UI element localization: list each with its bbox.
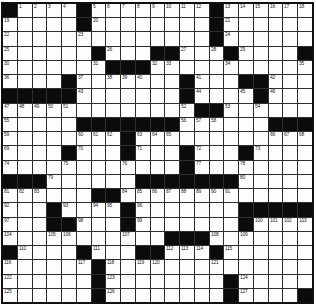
cell-r12c6[interactable] bbox=[92, 175, 106, 188]
cell-r11c3[interactable] bbox=[47, 161, 61, 174]
cell-r9c11[interactable]: 65 bbox=[165, 132, 179, 145]
cell-r19c16[interactable]: 124 bbox=[239, 275, 253, 288]
cell-r7c3[interactable]: 50 bbox=[47, 104, 61, 117]
cell-r18c5[interactable]: 117 bbox=[77, 260, 91, 273]
cell-r17c15[interactable]: 115 bbox=[224, 246, 238, 259]
cell-r5c13[interactable]: 41 bbox=[195, 75, 209, 88]
cell-r11c13[interactable]: 77 bbox=[195, 161, 209, 174]
cell-r20c12[interactable] bbox=[180, 289, 194, 302]
cell-r15c10[interactable] bbox=[151, 218, 165, 231]
cell-r1c13[interactable] bbox=[195, 18, 209, 31]
cell-r1c3[interactable] bbox=[47, 18, 61, 31]
cell-r9c17[interactable] bbox=[254, 132, 268, 145]
cell-r9c3[interactable] bbox=[47, 132, 61, 145]
cell-r6c15[interactable] bbox=[224, 89, 238, 102]
cell-r11c16[interactable]: 78 bbox=[239, 161, 253, 174]
cell-r14c1[interactable] bbox=[18, 203, 32, 216]
cell-r6c20[interactable] bbox=[298, 89, 312, 102]
cell-r8c3[interactable] bbox=[47, 118, 61, 131]
cell-r19c11[interactable] bbox=[165, 275, 179, 288]
cell-r3c14[interactable]: 28 bbox=[210, 47, 224, 60]
cell-r16c9[interactable] bbox=[136, 232, 150, 245]
cell-r17c11[interactable]: 112 bbox=[165, 246, 179, 259]
cell-r19c3[interactable] bbox=[47, 275, 61, 288]
cell-r11c20[interactable] bbox=[298, 161, 312, 174]
cell-r17c3[interactable] bbox=[47, 246, 61, 259]
cell-r4c12[interactable] bbox=[180, 61, 194, 74]
cell-r4c13[interactable] bbox=[195, 61, 209, 74]
cell-r2c20[interactable] bbox=[298, 32, 312, 45]
cell-r20c0[interactable]: 125 bbox=[3, 289, 17, 302]
cell-r17c1[interactable]: 110 bbox=[18, 246, 32, 259]
cell-r10c17[interactable]: 73 bbox=[254, 146, 268, 159]
cell-r18c13[interactable] bbox=[195, 260, 209, 273]
cell-r15c19[interactable]: 102 bbox=[283, 218, 297, 231]
cell-r0c13[interactable]: 12 bbox=[195, 4, 209, 17]
cell-r7c11[interactable] bbox=[165, 104, 179, 117]
cell-r7c17[interactable]: 54 bbox=[254, 104, 268, 117]
cell-r7c1[interactable]: 48 bbox=[18, 104, 32, 117]
cell-r17c4[interactable] bbox=[62, 246, 76, 259]
cell-r17c16[interactable] bbox=[239, 246, 253, 259]
cell-r3c13[interactable] bbox=[195, 47, 209, 60]
cell-r0c2[interactable]: 2 bbox=[33, 4, 47, 17]
cell-r1c8[interactable] bbox=[121, 18, 135, 31]
cell-r1c11[interactable] bbox=[165, 18, 179, 31]
cell-r5c20[interactable] bbox=[298, 75, 312, 88]
cell-r0c1[interactable]: 1 bbox=[18, 4, 32, 17]
cell-r4c20[interactable]: 35 bbox=[298, 61, 312, 74]
cell-r3c4[interactable] bbox=[62, 47, 76, 60]
cell-r0c8[interactable]: 7 bbox=[121, 4, 135, 17]
cell-r19c19[interactable] bbox=[283, 275, 297, 288]
cell-r7c10[interactable] bbox=[151, 104, 165, 117]
cell-r5c18[interactable]: 42 bbox=[269, 75, 283, 88]
cell-r2c17[interactable] bbox=[254, 32, 268, 45]
cell-r13c10[interactable]: 86 bbox=[151, 189, 165, 202]
cell-r8c14[interactable]: 58 bbox=[210, 118, 224, 131]
cell-r6c13[interactable]: 44 bbox=[195, 89, 209, 102]
cell-r14c5[interactable] bbox=[77, 203, 91, 216]
cell-r15c7[interactable] bbox=[106, 218, 120, 231]
cell-r0c7[interactable]: 6 bbox=[106, 4, 120, 17]
cell-r20c5[interactable] bbox=[77, 289, 91, 302]
cell-r19c20[interactable] bbox=[298, 275, 312, 288]
cell-r7c12[interactable]: 52 bbox=[180, 104, 194, 117]
cell-r2c2[interactable] bbox=[33, 32, 47, 45]
cell-r18c16[interactable] bbox=[239, 260, 253, 273]
cell-r3c3[interactable] bbox=[47, 47, 61, 60]
cell-r10c11[interactable] bbox=[165, 146, 179, 159]
cell-r19c4[interactable] bbox=[62, 275, 76, 288]
cell-r20c16[interactable]: 127 bbox=[239, 289, 253, 302]
cell-r14c13[interactable] bbox=[195, 203, 209, 216]
cell-r1c19[interactable] bbox=[283, 18, 297, 31]
cell-r6c16[interactable]: 45 bbox=[239, 89, 253, 102]
cell-r20c11[interactable] bbox=[165, 289, 179, 302]
cell-r15c9[interactable]: 99 bbox=[136, 218, 150, 231]
cell-r2c5[interactable]: 23 bbox=[77, 32, 91, 45]
cell-r13c20[interactable] bbox=[298, 189, 312, 202]
cell-r11c11[interactable] bbox=[165, 161, 179, 174]
cell-r2c11[interactable] bbox=[165, 32, 179, 45]
cell-r16c20[interactable] bbox=[298, 232, 312, 245]
cell-r9c12[interactable] bbox=[180, 132, 194, 145]
cell-r7c16[interactable] bbox=[239, 104, 253, 117]
cell-r10c0[interactable]: 69 bbox=[3, 146, 17, 159]
cell-r2c19[interactable] bbox=[283, 32, 297, 45]
cell-r1c1[interactable] bbox=[18, 18, 32, 31]
cell-r5c11[interactable] bbox=[165, 75, 179, 88]
cell-r4c1[interactable] bbox=[18, 61, 32, 74]
cell-r1c12[interactable] bbox=[180, 18, 194, 31]
cell-r9c0[interactable]: 59 bbox=[3, 132, 17, 145]
cell-r10c19[interactable] bbox=[283, 146, 297, 159]
cell-r11c1[interactable] bbox=[18, 161, 32, 174]
cell-r9c5[interactable]: 60 bbox=[77, 132, 91, 145]
cell-r19c2[interactable] bbox=[33, 275, 47, 288]
cell-r14c11[interactable] bbox=[165, 203, 179, 216]
cell-r19c13[interactable] bbox=[195, 275, 209, 288]
cell-r3c19[interactable] bbox=[283, 47, 297, 60]
cell-r19c9[interactable] bbox=[136, 275, 150, 288]
cell-r18c11[interactable] bbox=[165, 260, 179, 273]
cell-r17c13[interactable]: 114 bbox=[195, 246, 209, 259]
cell-r12c19[interactable] bbox=[283, 175, 297, 188]
cell-r2c12[interactable] bbox=[180, 32, 194, 45]
cell-r18c19[interactable] bbox=[283, 260, 297, 273]
cell-r2c4[interactable] bbox=[62, 32, 76, 45]
cell-r11c18[interactable] bbox=[269, 161, 283, 174]
cell-r15c6[interactable] bbox=[92, 218, 106, 231]
cell-r18c17[interactable] bbox=[254, 260, 268, 273]
cell-r15c14[interactable] bbox=[210, 218, 224, 231]
cell-r2c3[interactable] bbox=[47, 32, 61, 45]
cell-r19c12[interactable] bbox=[180, 275, 194, 288]
cell-r13c16[interactable] bbox=[239, 189, 253, 202]
cell-r2c0[interactable]: 22 bbox=[3, 32, 17, 45]
cell-r17c20[interactable] bbox=[298, 246, 312, 259]
cell-r1c7[interactable] bbox=[106, 18, 120, 31]
cell-r1c2[interactable] bbox=[33, 18, 47, 31]
cell-r16c2[interactable] bbox=[33, 232, 47, 245]
cell-r15c1[interactable] bbox=[18, 218, 32, 231]
cell-r20c8[interactable] bbox=[121, 289, 135, 302]
cell-r10c5[interactable]: 70 bbox=[77, 146, 91, 159]
cell-r9c7[interactable]: 62 bbox=[106, 132, 120, 145]
cell-r20c1[interactable] bbox=[18, 289, 32, 302]
cell-r4c10[interactable]: 32 bbox=[151, 61, 165, 74]
cell-r5c1[interactable] bbox=[18, 75, 32, 88]
cell-r6c11[interactable] bbox=[165, 89, 179, 102]
cell-r6c6[interactable] bbox=[92, 89, 106, 102]
cell-r3c9[interactable] bbox=[136, 47, 150, 60]
cell-r15c18[interactable]: 101 bbox=[269, 218, 283, 231]
cell-r17c8[interactable] bbox=[121, 246, 135, 259]
cell-r4c14[interactable] bbox=[210, 61, 224, 74]
cell-r0c12[interactable]: 11 bbox=[180, 4, 194, 17]
cell-r14c0[interactable]: 92 bbox=[3, 203, 17, 216]
cell-r15c5[interactable]: 98 bbox=[77, 218, 91, 231]
cell-r18c15[interactable] bbox=[224, 260, 238, 273]
cell-r5c0[interactable]: 36 bbox=[3, 75, 17, 88]
cell-r3c8[interactable] bbox=[121, 47, 135, 60]
cell-r13c9[interactable]: 85 bbox=[136, 189, 150, 202]
cell-r20c18[interactable] bbox=[269, 289, 283, 302]
cell-r2c18[interactable] bbox=[269, 32, 283, 45]
cell-r11c19[interactable] bbox=[283, 161, 297, 174]
cell-r3c18[interactable] bbox=[269, 47, 283, 60]
cell-r20c19[interactable] bbox=[283, 289, 297, 302]
cell-r2c8[interactable] bbox=[121, 32, 135, 45]
cell-r5c19[interactable] bbox=[283, 75, 297, 88]
cell-r1c16[interactable] bbox=[239, 18, 253, 31]
cell-r20c7[interactable]: 126 bbox=[106, 289, 120, 302]
cell-r5c15[interactable] bbox=[224, 75, 238, 88]
cell-r13c12[interactable]: 88 bbox=[180, 189, 194, 202]
cell-r7c0[interactable]: 47 bbox=[3, 104, 17, 117]
cell-r12c4[interactable] bbox=[62, 175, 76, 188]
cell-r5c14[interactable] bbox=[210, 75, 224, 88]
cell-r11c4[interactable]: 75 bbox=[62, 161, 76, 174]
cell-r16c16[interactable]: 109 bbox=[239, 232, 253, 245]
cell-r11c15[interactable] bbox=[224, 161, 238, 174]
cell-r18c4[interactable] bbox=[62, 260, 76, 273]
cell-r12c20[interactable] bbox=[298, 175, 312, 188]
cell-r18c0[interactable]: 116 bbox=[3, 260, 17, 273]
cell-r7c15[interactable]: 53 bbox=[224, 104, 238, 117]
cell-r7c2[interactable]: 49 bbox=[33, 104, 47, 117]
cell-r6c7[interactable] bbox=[106, 89, 120, 102]
cell-r19c18[interactable] bbox=[269, 275, 283, 288]
cell-r3c2[interactable] bbox=[33, 47, 47, 60]
cell-r16c14[interactable]: 108 bbox=[210, 232, 224, 245]
cell-r10c10[interactable] bbox=[151, 146, 165, 159]
cell-r5c8[interactable]: 39 bbox=[121, 75, 135, 88]
cell-r0c11[interactable]: 10 bbox=[165, 4, 179, 17]
cell-r0c20[interactable]: 18 bbox=[298, 4, 312, 17]
cell-r17c6[interactable]: 111 bbox=[92, 246, 106, 259]
cell-r15c20[interactable]: 103 bbox=[298, 218, 312, 231]
cell-r8c0[interactable]: 55 bbox=[3, 118, 17, 131]
cell-r8c1[interactable] bbox=[18, 118, 32, 131]
cell-r9c2[interactable] bbox=[33, 132, 47, 145]
cell-r7c5[interactable] bbox=[77, 104, 91, 117]
cell-r4c19[interactable] bbox=[283, 61, 297, 74]
cell-r4c0[interactable]: 30 bbox=[3, 61, 17, 74]
cell-r5c9[interactable]: 40 bbox=[136, 75, 150, 88]
cell-r9c6[interactable]: 61 bbox=[92, 132, 106, 145]
cell-r20c3[interactable] bbox=[47, 289, 61, 302]
cell-r18c12[interactable] bbox=[180, 260, 194, 273]
cell-r14c4[interactable]: 93 bbox=[62, 203, 76, 216]
cell-r12c8[interactable] bbox=[121, 175, 135, 188]
cell-r13c18[interactable] bbox=[269, 189, 283, 202]
cell-r8c17[interactable] bbox=[254, 118, 268, 131]
cell-r19c14[interactable] bbox=[210, 275, 224, 288]
cell-r2c16[interactable] bbox=[239, 32, 253, 45]
cell-r9c19[interactable]: 67 bbox=[283, 132, 297, 145]
cell-r16c5[interactable] bbox=[77, 232, 91, 245]
cell-r6c19[interactable] bbox=[283, 89, 297, 102]
cell-r0c4[interactable]: 4 bbox=[62, 4, 76, 17]
cell-r4c3[interactable] bbox=[47, 61, 61, 74]
cell-r10c3[interactable] bbox=[47, 146, 61, 159]
cell-r14c9[interactable]: 96 bbox=[136, 203, 150, 216]
cell-r3c1[interactable] bbox=[18, 47, 32, 60]
cell-r1c10[interactable] bbox=[151, 18, 165, 31]
cell-r9c14[interactable] bbox=[210, 132, 224, 145]
cell-r16c1[interactable] bbox=[18, 232, 32, 245]
cell-r5c5[interactable]: 37 bbox=[77, 75, 91, 88]
cell-r16c18[interactable] bbox=[269, 232, 283, 245]
cell-r15c0[interactable]: 97 bbox=[3, 218, 17, 231]
cell-r14c7[interactable]: 95 bbox=[106, 203, 120, 216]
cell-r5c6[interactable] bbox=[92, 75, 106, 88]
cell-r7c4[interactable]: 51 bbox=[62, 104, 76, 117]
cell-r1c0[interactable]: 19 bbox=[3, 18, 17, 31]
cell-r12c16[interactable]: 80 bbox=[239, 175, 253, 188]
cell-r16c17[interactable] bbox=[254, 232, 268, 245]
cell-r5c7[interactable]: 38 bbox=[106, 75, 120, 88]
cell-r17c2[interactable] bbox=[33, 246, 47, 259]
cell-r13c1[interactable]: 82 bbox=[18, 189, 32, 202]
cell-r12c18[interactable] bbox=[269, 175, 283, 188]
cell-r9c15[interactable] bbox=[224, 132, 238, 145]
cell-r20c14[interactable] bbox=[210, 289, 224, 302]
cell-r10c13[interactable]: 72 bbox=[195, 146, 209, 159]
cell-r8c16[interactable] bbox=[239, 118, 253, 131]
cell-r3c0[interactable]: 25 bbox=[3, 47, 17, 60]
cell-r20c4[interactable] bbox=[62, 289, 76, 302]
cell-r6c18[interactable]: 46 bbox=[269, 89, 283, 102]
cell-r7c8[interactable] bbox=[121, 104, 135, 117]
cell-r8c4[interactable] bbox=[62, 118, 76, 131]
cell-r16c8[interactable]: 107 bbox=[121, 232, 135, 245]
cell-r0c3[interactable]: 3 bbox=[47, 4, 61, 17]
cell-r10c9[interactable]: 71 bbox=[136, 146, 150, 159]
cell-r6c10[interactable] bbox=[151, 89, 165, 102]
cell-r10c14[interactable] bbox=[210, 146, 224, 159]
cell-r16c4[interactable]: 106 bbox=[62, 232, 76, 245]
cell-r18c2[interactable] bbox=[33, 260, 47, 273]
cell-r6c9[interactable] bbox=[136, 89, 150, 102]
cell-r1c9[interactable] bbox=[136, 18, 150, 31]
cell-r10c7[interactable] bbox=[106, 146, 120, 159]
cell-r7c20[interactable] bbox=[298, 104, 312, 117]
cell-r12c17[interactable] bbox=[254, 175, 268, 188]
cell-r9c20[interactable]: 68 bbox=[298, 132, 312, 145]
cell-r15c17[interactable]: 100 bbox=[254, 218, 268, 231]
cell-r0c18[interactable]: 16 bbox=[269, 4, 283, 17]
cell-r16c15[interactable] bbox=[224, 232, 238, 245]
cell-r10c15[interactable] bbox=[224, 146, 238, 159]
cell-r17c12[interactable]: 113 bbox=[180, 246, 194, 259]
cell-r13c2[interactable]: 83 bbox=[33, 189, 47, 202]
cell-r6c8[interactable] bbox=[121, 89, 135, 102]
cell-r16c7[interactable] bbox=[106, 232, 120, 245]
cell-r11c7[interactable] bbox=[106, 161, 120, 174]
cell-r19c0[interactable]: 122 bbox=[3, 275, 17, 288]
cell-r18c3[interactable] bbox=[47, 260, 61, 273]
cell-r3c7[interactable]: 26 bbox=[106, 47, 120, 60]
cell-r3c5[interactable] bbox=[77, 47, 91, 60]
cell-r0c19[interactable]: 17 bbox=[283, 4, 297, 17]
cell-r4c6[interactable]: 31 bbox=[92, 61, 106, 74]
cell-r18c8[interactable] bbox=[121, 260, 135, 273]
cell-r15c13[interactable] bbox=[195, 218, 209, 231]
cell-r13c5[interactable] bbox=[77, 189, 91, 202]
cell-r20c2[interactable] bbox=[33, 289, 47, 302]
cell-r13c13[interactable]: 89 bbox=[195, 189, 209, 202]
cell-r0c10[interactable]: 9 bbox=[151, 4, 165, 17]
cell-r14c14[interactable] bbox=[210, 203, 224, 216]
cell-r20c10[interactable] bbox=[151, 289, 165, 302]
cell-r7c18[interactable] bbox=[269, 104, 283, 117]
cell-r18c20[interactable] bbox=[298, 260, 312, 273]
cell-r4c11[interactable]: 33 bbox=[165, 61, 179, 74]
cell-r15c11[interactable] bbox=[165, 218, 179, 231]
cell-r18c10[interactable]: 120 bbox=[151, 260, 165, 273]
cell-r5c2[interactable] bbox=[33, 75, 47, 88]
cell-r10c6[interactable] bbox=[92, 146, 106, 159]
cell-r2c13[interactable] bbox=[195, 32, 209, 45]
cell-r20c9[interactable] bbox=[136, 289, 150, 302]
cell-r13c3[interactable] bbox=[47, 189, 61, 202]
cell-r9c10[interactable]: 64 bbox=[151, 132, 165, 145]
cell-r7c9[interactable] bbox=[136, 104, 150, 117]
cell-r0c6[interactable]: 5 bbox=[92, 4, 106, 17]
cell-r3c17[interactable] bbox=[254, 47, 268, 60]
cell-r18c7[interactable]: 118 bbox=[106, 260, 120, 273]
cell-r4c2[interactable] bbox=[33, 61, 47, 74]
cell-r4c15[interactable]: 34 bbox=[224, 61, 238, 74]
cell-r9c1[interactable] bbox=[18, 132, 32, 145]
cell-r14c10[interactable] bbox=[151, 203, 165, 216]
cell-r11c10[interactable] bbox=[151, 161, 165, 174]
cell-r3c16[interactable]: 29 bbox=[239, 47, 253, 60]
cell-r15c2[interactable] bbox=[33, 218, 47, 231]
cell-r10c18[interactable] bbox=[269, 146, 283, 159]
cell-r12c5[interactable] bbox=[77, 175, 91, 188]
cell-r2c9[interactable] bbox=[136, 32, 150, 45]
cell-r9c13[interactable] bbox=[195, 132, 209, 145]
cell-r15c12[interactable] bbox=[180, 218, 194, 231]
cell-r11c6[interactable] bbox=[92, 161, 106, 174]
cell-r14c12[interactable] bbox=[180, 203, 194, 216]
cell-r13c4[interactable] bbox=[62, 189, 76, 202]
cell-r12c7[interactable] bbox=[106, 175, 120, 188]
cell-r1c6[interactable]: 20 bbox=[92, 18, 106, 31]
cell-r16c19[interactable] bbox=[283, 232, 297, 245]
cell-r16c3[interactable]: 105 bbox=[47, 232, 61, 245]
cell-r4c4[interactable] bbox=[62, 61, 76, 74]
cell-r8c2[interactable] bbox=[33, 118, 47, 131]
cell-r10c2[interactable] bbox=[33, 146, 47, 159]
cell-r14c15[interactable] bbox=[224, 203, 238, 216]
cell-r2c6[interactable] bbox=[92, 32, 106, 45]
cell-r19c7[interactable]: 123 bbox=[106, 275, 120, 288]
cell-r8c12[interactable]: 56 bbox=[180, 118, 194, 131]
cell-r15c15[interactable] bbox=[224, 218, 238, 231]
cell-r4c5[interactable] bbox=[77, 61, 91, 74]
cell-r12c3[interactable]: 79 bbox=[47, 175, 61, 188]
cell-r11c8[interactable]: 76 bbox=[121, 161, 135, 174]
cell-r3c12[interactable]: 27 bbox=[180, 47, 194, 60]
cell-r0c9[interactable]: 8 bbox=[136, 4, 150, 17]
cell-r8c15[interactable] bbox=[224, 118, 238, 131]
cell-r11c5[interactable] bbox=[77, 161, 91, 174]
